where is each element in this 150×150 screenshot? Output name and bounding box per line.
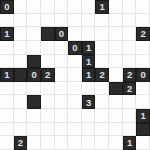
white-cell-r9-c8[interactable]: [109, 123, 123, 137]
clue-cell-r3-c5: 0: [68, 41, 82, 55]
white-cell-r1-c5[interactable]: [68, 14, 82, 28]
white-cell-r3-c4[interactable]: [55, 41, 69, 55]
wall-cell-r9-c10: [136, 123, 150, 137]
white-cell-r4-c10[interactable]: [136, 55, 150, 69]
white-cell-r10-c0[interactable]: [0, 136, 14, 150]
white-cell-r6-c0[interactable]: [0, 82, 14, 96]
clue-number: 1: [86, 43, 91, 53]
white-cell-r6-c3[interactable]: [41, 82, 55, 96]
white-cell-r10-c2[interactable]: [27, 136, 41, 150]
clue-number: 0: [31, 70, 36, 80]
white-cell-r2-c6[interactable]: [82, 27, 96, 41]
white-cell-r7-c8[interactable]: [109, 95, 123, 109]
clue-number: 1: [127, 138, 132, 148]
white-cell-r5-c8[interactable]: [109, 68, 123, 82]
wall-cell-r6-c8: [109, 82, 123, 96]
clue-number: 3: [86, 98, 91, 108]
white-cell-r1-c4[interactable]: [55, 14, 69, 28]
white-cell-r10-c7[interactable]: [95, 136, 109, 150]
white-cell-r4-c3[interactable]: [41, 55, 55, 69]
white-cell-r1-c6[interactable]: [82, 14, 96, 28]
white-cell-r6-c5[interactable]: [68, 82, 82, 96]
clue-number: 1: [86, 57, 91, 67]
clue-number: 1: [4, 70, 9, 80]
white-cell-r3-c3[interactable]: [41, 41, 55, 55]
white-cell-r1-c1[interactable]: [14, 14, 28, 28]
white-cell-r8-c9[interactable]: [123, 109, 137, 123]
clue-cell-r2-c4: 0: [55, 27, 69, 41]
clue-cell-r5-c9: 2: [123, 68, 137, 82]
clue-number: 2: [141, 29, 146, 39]
white-cell-r0-c10[interactable]: [136, 0, 150, 14]
white-cell-r9-c2[interactable]: [27, 123, 41, 137]
white-cell-r8-c8[interactable]: [109, 109, 123, 123]
wall-cell-r7-c2: [27, 95, 41, 109]
white-cell-r8-c0[interactable]: [0, 109, 14, 123]
clue-cell-r6-c9: 2: [123, 82, 137, 96]
white-cell-r9-c3[interactable]: [41, 123, 55, 137]
clue-number: 2: [100, 70, 105, 80]
white-cell-r8-c6[interactable]: [82, 109, 96, 123]
white-cell-r9-c0[interactable]: [0, 123, 14, 137]
clue-cell-r0-c0: 0: [0, 0, 14, 14]
white-cell-r2-c2[interactable]: [27, 27, 41, 41]
clue-number: 2: [127, 70, 132, 80]
white-cell-r2-c9[interactable]: [123, 27, 137, 41]
white-cell-r4-c4[interactable]: [55, 55, 69, 69]
white-cell-r9-c9[interactable]: [123, 123, 137, 137]
clue-number: 2: [18, 138, 23, 148]
clue-number: 1: [141, 111, 146, 121]
clue-cell-r5-c6: 1: [82, 68, 96, 82]
white-cell-r3-c10[interactable]: [136, 41, 150, 55]
clue-cell-r5-c10: 0: [136, 68, 150, 82]
clue-number: 1: [4, 29, 9, 39]
clue-cell-r4-c6: 1: [82, 55, 96, 69]
white-cell-r7-c5[interactable]: [68, 95, 82, 109]
white-cell-r7-c3[interactable]: [41, 95, 55, 109]
white-cell-r5-c5[interactable]: [68, 68, 82, 82]
clue-cell-r3-c6: 1: [82, 41, 96, 55]
white-cell-r4-c8[interactable]: [109, 55, 123, 69]
clue-cell-r0-c7: 1: [95, 0, 109, 14]
white-cell-r3-c1[interactable]: [14, 41, 28, 55]
white-cell-r0-c3[interactable]: [41, 0, 55, 14]
white-cell-r8-c2[interactable]: [27, 109, 41, 123]
white-cell-r10-c10[interactable]: [136, 136, 150, 150]
clue-cell-r10-c1: 2: [14, 136, 28, 150]
white-cell-r6-c1[interactable]: [14, 82, 28, 96]
white-cell-r7-c4[interactable]: [55, 95, 69, 109]
white-cell-r3-c0[interactable]: [0, 41, 14, 55]
white-cell-r7-c1[interactable]: [14, 95, 28, 109]
white-cell-r1-c3[interactable]: [41, 14, 55, 28]
white-cell-r8-c4[interactable]: [55, 109, 69, 123]
white-cell-r7-c9[interactable]: [123, 95, 137, 109]
clue-number: 0: [141, 70, 146, 80]
clue-cell-r2-c10: 2: [136, 27, 150, 41]
akari-board: 01102011102122023121: [0, 0, 150, 150]
white-cell-r1-c9[interactable]: [123, 14, 137, 28]
white-cell-r2-c7[interactable]: [95, 27, 109, 41]
white-cell-r10-c3[interactable]: [41, 136, 55, 150]
clue-cell-r10-c9: 1: [123, 136, 137, 150]
white-cell-r6-c6[interactable]: [82, 82, 96, 96]
white-cell-r6-c10[interactable]: [136, 82, 150, 96]
clue-cell-r8-c10: 1: [136, 109, 150, 123]
clue-cell-r5-c2: 0: [27, 68, 41, 82]
white-cell-r4-c1[interactable]: [14, 55, 28, 69]
white-cell-r2-c1[interactable]: [14, 27, 28, 41]
white-cell-r6-c7[interactable]: [95, 82, 109, 96]
white-cell-r0-c8[interactable]: [109, 0, 123, 14]
white-cell-r9-c6[interactable]: [82, 123, 96, 137]
clue-number: 1: [86, 70, 91, 80]
clue-cell-r5-c7: 2: [95, 68, 109, 82]
white-cell-r10-c5[interactable]: [68, 136, 82, 150]
white-cell-r10-c4[interactable]: [55, 136, 69, 150]
white-cell-r5-c4[interactable]: [55, 68, 69, 82]
white-cell-r4-c7[interactable]: [95, 55, 109, 69]
white-cell-r8-c7[interactable]: [95, 109, 109, 123]
white-cell-r6-c2[interactable]: [27, 82, 41, 96]
clue-number: 1: [100, 2, 105, 12]
clue-number: 0: [59, 29, 64, 39]
white-cell-r6-c4[interactable]: [55, 82, 69, 96]
white-cell-r3-c7[interactable]: [95, 41, 109, 55]
white-cell-r7-c0[interactable]: [0, 95, 14, 109]
white-cell-r1-c7[interactable]: [95, 14, 109, 28]
white-cell-r4-c0[interactable]: [0, 55, 14, 69]
white-cell-r8-c3[interactable]: [41, 109, 55, 123]
clue-cell-r5-c0: 1: [0, 68, 14, 82]
white-cell-r1-c8[interactable]: [109, 14, 123, 28]
white-cell-r2-c8[interactable]: [109, 27, 123, 41]
white-cell-r8-c1[interactable]: [14, 109, 28, 123]
white-cell-r0-c4[interactable]: [55, 0, 69, 14]
white-cell-r2-c5[interactable]: [68, 27, 82, 41]
clue-number: 0: [72, 43, 77, 53]
wall-cell-r5-c1: [14, 68, 28, 82]
white-cell-r1-c0[interactable]: [0, 14, 14, 28]
white-cell-r0-c6[interactable]: [82, 0, 96, 14]
white-cell-r9-c5[interactable]: [68, 123, 82, 137]
white-cell-r1-c2[interactable]: [27, 14, 41, 28]
white-cell-r0-c2[interactable]: [27, 0, 41, 14]
white-cell-r9-c4[interactable]: [55, 123, 69, 137]
clue-number: 2: [45, 70, 50, 80]
white-cell-r8-c5[interactable]: [68, 109, 82, 123]
wall-cell-r2-c3: [41, 27, 55, 41]
white-cell-r7-c10[interactable]: [136, 95, 150, 109]
white-cell-r9-c7[interactable]: [95, 123, 109, 137]
white-cell-r4-c9[interactable]: [123, 55, 137, 69]
clue-cell-r7-c6: 3: [82, 95, 96, 109]
clue-number: 2: [127, 84, 132, 94]
white-cell-r1-c10[interactable]: [136, 14, 150, 28]
clue-number: 0: [4, 2, 9, 12]
white-cell-r7-c7[interactable]: [95, 95, 109, 109]
clue-cell-r5-c3: 2: [41, 68, 55, 82]
white-cell-r10-c6[interactable]: [82, 136, 96, 150]
white-cell-r0-c1[interactable]: [14, 0, 28, 14]
white-cell-r3-c8[interactable]: [109, 41, 123, 55]
white-cell-r0-c9[interactable]: [123, 0, 137, 14]
white-cell-r4-c5[interactable]: [68, 55, 82, 69]
white-cell-r9-c1[interactable]: [14, 123, 28, 137]
white-cell-r3-c9[interactable]: [123, 41, 137, 55]
white-cell-r3-c2[interactable]: [27, 41, 41, 55]
white-cell-r0-c5[interactable]: [68, 0, 82, 14]
clue-cell-r2-c0: 1: [0, 27, 14, 41]
wall-cell-r4-c2: [27, 55, 41, 69]
white-cell-r10-c8[interactable]: [109, 136, 123, 150]
